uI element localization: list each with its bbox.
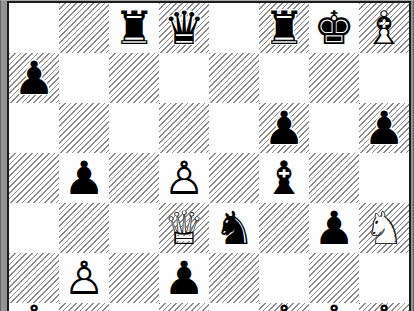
piece-black-king[interactable]: ♚ [309,3,359,53]
square-d5[interactable]: ♟♙ [159,153,209,203]
black-pawn-glyph: ♟ [163,255,204,301]
square-e4[interactable]: ♞ [209,203,259,253]
square-d6[interactable] [159,103,209,153]
square-a7[interactable]: ♟ [9,53,59,103]
square-a8[interactable] [9,3,59,53]
black-rook-glyph: ♜ [263,5,304,51]
black-queen-glyph: ♛ [163,5,204,51]
square-d7[interactable] [159,53,209,103]
square-e5[interactable] [209,153,259,203]
square-b3[interactable]: ♟♙ [59,253,109,303]
square-f5[interactable]: ♝ [259,153,309,203]
piece-black-rook[interactable]: ♜ [109,3,159,53]
square-f7[interactable] [259,53,309,103]
square-d8[interactable]: ♛ [159,3,209,53]
square-f4[interactable] [259,203,309,253]
piece-black-pawn[interactable]: ♟ [9,53,59,103]
white-queen-glyph: ♕ [163,205,204,251]
black-pawn-glyph: ♟ [13,55,54,101]
square-c3[interactable] [109,253,159,303]
square-d3[interactable]: ♟ [159,253,209,303]
black-king-glyph: ♚ [313,5,354,51]
square-c7[interactable] [109,53,159,103]
piece-white-pawn[interactable]: ♟♙ [159,153,209,203]
square-a2[interactable]: ♟♙ [9,303,59,311]
piece-white-knight[interactable]: ♞♘ [359,203,409,253]
square-b4[interactable] [59,203,109,253]
square-b7[interactable] [59,53,109,103]
square-a5[interactable] [9,153,59,203]
square-c4[interactable] [109,203,159,253]
black-pawn-glyph: ♟ [313,205,354,251]
piece-white-pawn[interactable]: ♟♙ [259,297,309,311]
piece-black-bishop[interactable]: ♝ [259,153,309,203]
square-c2[interactable] [109,303,159,311]
square-e8[interactable] [209,3,259,53]
white-pawn-glyph: ♙ [313,299,354,311]
piece-black-rook[interactable]: ♜ [259,3,309,53]
square-c8[interactable]: ♜ [109,3,159,53]
square-a4[interactable] [9,203,59,253]
square-b8[interactable] [59,3,109,53]
black-pawn-glyph: ♟ [263,105,304,151]
piece-white-pawn[interactable]: ♟♙ [359,297,409,311]
black-pawn-glyph: ♟ [363,105,404,151]
square-c6[interactable] [109,103,159,153]
square-e3[interactable] [209,253,259,303]
black-rook-glyph: ♜ [113,5,154,51]
piece-black-pawn[interactable]: ♟ [259,103,309,153]
black-pawn-glyph: ♟ [63,155,104,201]
square-f6[interactable]: ♟ [259,103,309,153]
square-h7[interactable] [359,53,409,103]
square-g2[interactable]: ♟♙ [309,303,359,311]
piece-black-pawn[interactable]: ♟ [59,153,109,203]
chess-app-window: ♜♛♜♚♝♗♟♟♟♟♟♙♝♛♕♞♟♞♘♟♙♟♟♙♟♙♟♙♟♙ [0,0,414,311]
square-e7[interactable] [209,53,259,103]
white-pawn-glyph: ♙ [13,299,54,311]
square-h5[interactable] [359,153,409,203]
square-b5[interactable]: ♟ [59,153,109,203]
piece-black-pawn[interactable]: ♟ [159,253,209,303]
white-pawn-glyph: ♙ [63,255,104,301]
piece-white-pawn[interactable]: ♟♙ [9,297,59,311]
piece-white-pawn[interactable]: ♟♙ [59,253,109,303]
square-f2[interactable]: ♟♙ [259,303,309,311]
square-a6[interactable] [9,103,59,153]
piece-black-queen[interactable]: ♛ [159,3,209,53]
piece-black-knight[interactable]: ♞ [209,203,259,253]
square-h2[interactable]: ♟♙ [359,303,409,311]
square-f8[interactable]: ♜ [259,3,309,53]
square-g5[interactable] [309,153,359,203]
black-knight-glyph: ♞ [213,205,254,251]
white-bishop-glyph: ♗ [363,5,404,51]
square-g8[interactable]: ♚ [309,3,359,53]
square-e6[interactable] [209,103,259,153]
square-h6[interactable]: ♟ [359,103,409,153]
piece-white-bishop[interactable]: ♝♗ [359,3,409,53]
chess-board: ♜♛♜♚♝♗♟♟♟♟♟♙♝♛♕♞♟♞♘♟♙♟♟♙♟♙♟♙♟♙ [7,1,411,311]
white-pawn-glyph: ♙ [263,299,304,311]
square-g4[interactable]: ♟ [309,203,359,253]
black-bishop-glyph: ♝ [263,155,304,201]
piece-black-pawn[interactable]: ♟ [309,203,359,253]
piece-white-queen[interactable]: ♛♕ [159,203,209,253]
square-h4[interactable]: ♞♘ [359,203,409,253]
piece-white-pawn[interactable]: ♟♙ [309,297,359,311]
white-knight-glyph: ♘ [363,205,404,251]
square-d4[interactable]: ♛♕ [159,203,209,253]
square-c5[interactable] [109,153,159,203]
white-pawn-glyph: ♙ [163,155,204,201]
piece-black-pawn[interactable]: ♟ [359,103,409,153]
square-e2[interactable] [209,303,259,311]
white-pawn-glyph: ♙ [363,299,404,311]
square-b6[interactable] [59,103,109,153]
square-h8[interactable]: ♝♗ [359,3,409,53]
square-g7[interactable] [309,53,359,103]
square-g6[interactable] [309,103,359,153]
